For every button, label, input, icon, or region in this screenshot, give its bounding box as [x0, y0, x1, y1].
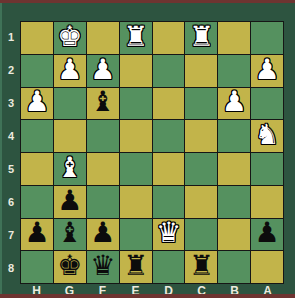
piece-white-rook[interactable]: ♜	[189, 23, 214, 51]
square-f1[interactable]	[87, 22, 119, 54]
square-e7[interactable]	[120, 219, 152, 251]
square-d6[interactable]	[153, 186, 185, 218]
rank-label-5: 5	[2, 153, 20, 186]
square-h2[interactable]	[21, 55, 53, 87]
square-a6[interactable]	[251, 186, 283, 218]
piece-black-pawn[interactable]: ♟	[90, 219, 115, 247]
square-g1[interactable]: ♚	[54, 22, 86, 54]
square-c2[interactable]	[185, 55, 217, 87]
piece-black-bishop[interactable]: ♝	[90, 88, 115, 116]
piece-black-king[interactable]: ♚	[57, 252, 82, 280]
square-a7[interactable]: ♟	[251, 219, 283, 251]
piece-black-bishop[interactable]: ♝	[57, 219, 82, 247]
frame-top-stripe	[0, 0, 295, 3]
square-d4[interactable]	[153, 120, 185, 152]
piece-black-pawn[interactable]: ♟	[255, 219, 280, 247]
square-a1[interactable]	[251, 22, 283, 54]
piece-white-queen[interactable]: ♛	[156, 219, 181, 247]
square-a5[interactable]	[251, 153, 283, 185]
square-b7[interactable]	[218, 219, 250, 251]
piece-black-rook[interactable]: ♜	[189, 252, 214, 280]
square-f3[interactable]: ♝	[87, 88, 119, 120]
square-d1[interactable]	[153, 22, 185, 54]
square-b4[interactable]	[218, 120, 250, 152]
piece-black-pawn[interactable]: ♟	[57, 187, 82, 215]
piece-white-knight[interactable]: ♞	[255, 121, 280, 149]
square-h6[interactable]	[21, 186, 53, 218]
square-f8[interactable]: ♛	[87, 251, 119, 283]
square-h1[interactable]	[21, 22, 53, 54]
piece-black-queen[interactable]: ♛	[90, 252, 115, 280]
rank-label-6: 6	[2, 185, 20, 218]
square-e5[interactable]	[120, 153, 152, 185]
piece-white-pawn[interactable]: ♟	[222, 88, 247, 116]
square-c3[interactable]	[185, 88, 217, 120]
square-c8[interactable]: ♜	[185, 251, 217, 283]
frame-bottom-stripe	[0, 294, 295, 298]
square-h7[interactable]: ♟	[21, 219, 53, 251]
square-e2[interactable]	[120, 55, 152, 87]
square-c7[interactable]	[185, 219, 217, 251]
piece-white-rook[interactable]: ♜	[123, 23, 148, 51]
square-b6[interactable]	[218, 186, 250, 218]
square-g8[interactable]: ♚	[54, 251, 86, 283]
piece-black-pawn[interactable]: ♟	[24, 219, 49, 247]
square-d3[interactable]	[153, 88, 185, 120]
square-g5[interactable]: ♝	[54, 153, 86, 185]
square-a4[interactable]: ♞	[251, 120, 283, 152]
rank-label-8: 8	[2, 251, 20, 284]
square-a8[interactable]	[251, 251, 283, 283]
rank-label-3: 3	[2, 87, 20, 120]
square-e4[interactable]	[120, 120, 152, 152]
square-b1[interactable]	[218, 22, 250, 54]
rank-label-2: 2	[2, 54, 20, 87]
square-c5[interactable]	[185, 153, 217, 185]
rank-label-1: 1	[2, 21, 20, 54]
board-frame: 12345678 ♚♜♜♟♟♟♟♝♟♞♝♟♟♝♟♛♟♚♛♜♜ HGFEDCBA	[0, 0, 295, 298]
square-f6[interactable]	[87, 186, 119, 218]
piece-white-pawn[interactable]: ♟	[24, 88, 49, 116]
square-d2[interactable]	[153, 55, 185, 87]
square-f7[interactable]: ♟	[87, 219, 119, 251]
square-e3[interactable]	[120, 88, 152, 120]
square-d5[interactable]	[153, 153, 185, 185]
square-h4[interactable]	[21, 120, 53, 152]
square-g6[interactable]: ♟	[54, 186, 86, 218]
piece-white-bishop[interactable]: ♝	[57, 154, 82, 182]
square-e8[interactable]: ♜	[120, 251, 152, 283]
chess-board: ♚♜♜♟♟♟♟♝♟♞♝♟♟♝♟♛♟♚♛♜♜	[20, 21, 284, 284]
square-e1[interactable]: ♜	[120, 22, 152, 54]
square-a2[interactable]: ♟	[251, 55, 283, 87]
piece-white-pawn[interactable]: ♟	[255, 56, 280, 84]
square-h8[interactable]	[21, 251, 53, 283]
square-c4[interactable]	[185, 120, 217, 152]
rank-labels: 12345678	[2, 21, 20, 284]
square-d8[interactable]	[153, 251, 185, 283]
square-b2[interactable]	[218, 55, 250, 87]
square-h3[interactable]: ♟	[21, 88, 53, 120]
square-f4[interactable]	[87, 120, 119, 152]
square-d7[interactable]: ♛	[153, 219, 185, 251]
piece-black-rook[interactable]: ♜	[123, 252, 148, 280]
square-a3[interactable]	[251, 88, 283, 120]
piece-white-king[interactable]: ♚	[57, 23, 82, 51]
square-f5[interactable]	[87, 153, 119, 185]
square-h5[interactable]	[21, 153, 53, 185]
square-b8[interactable]	[218, 251, 250, 283]
piece-white-pawn[interactable]: ♟	[57, 56, 82, 84]
square-c1[interactable]: ♜	[185, 22, 217, 54]
square-b5[interactable]	[218, 153, 250, 185]
rank-label-7: 7	[2, 218, 20, 251]
square-e6[interactable]	[120, 186, 152, 218]
square-b3[interactable]: ♟	[218, 88, 250, 120]
square-c6[interactable]	[185, 186, 217, 218]
square-g2[interactable]: ♟	[54, 55, 86, 87]
square-g3[interactable]	[54, 88, 86, 120]
square-g7[interactable]: ♝	[54, 219, 86, 251]
piece-white-pawn[interactable]: ♟	[90, 56, 115, 84]
rank-label-4: 4	[2, 120, 20, 153]
square-g4[interactable]	[54, 120, 86, 152]
square-f2[interactable]: ♟	[87, 55, 119, 87]
